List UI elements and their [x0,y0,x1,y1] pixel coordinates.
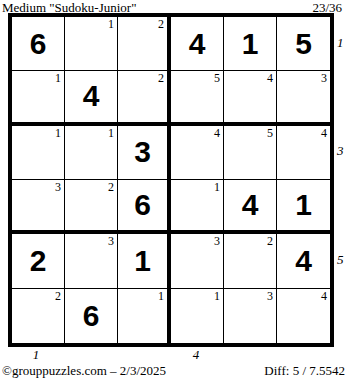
sudoku-grid: 612415142543113454326141231324261134 [8,13,334,347]
cell-r4c3[interactable]: 6 [118,180,171,234]
pencil-mark: 1 [214,289,220,303]
cell-value: 4 [277,234,330,287]
cell-value: 6 [65,289,117,343]
cell-r1c6[interactable]: 5 [277,17,330,71]
cell-r2c4[interactable]: 5 [171,71,224,125]
cell-r1c2[interactable]: 1 [65,17,118,71]
cell-r2c6[interactable]: 3 [277,71,330,125]
cell-value: 3 [118,126,167,179]
cell-value: 6 [118,180,167,230]
cell-r1c3[interactable]: 2 [118,17,171,71]
cell-value: 1 [224,17,276,70]
cell-r5c4[interactable]: 3 [171,234,224,288]
pencil-mark: 3 [267,289,273,303]
cell-r5c3[interactable]: 1 [118,234,171,288]
cell-value: 4 [171,17,223,70]
footer-difficulty: Diff: 5 / 7.5542 [264,363,345,379]
pencil-mark: 1 [108,126,114,140]
cell-r6c6[interactable]: 4 [277,289,330,343]
cell-r6c5[interactable]: 3 [224,289,277,343]
cell-r2c3[interactable]: 2 [118,71,171,125]
cell-r3c3[interactable]: 3 [118,126,171,180]
cell-r3c2[interactable]: 1 [65,126,118,180]
cell-r3c1[interactable]: 1 [12,126,65,180]
pencil-mark: 1 [158,289,164,303]
cell-value: 6 [12,17,64,70]
pencil-mark: 3 [214,234,220,248]
pencil-mark: 2 [108,180,114,194]
pencil-mark: 4 [214,126,220,140]
cell-r4c6[interactable]: 1 [277,180,330,234]
footer-copyright: ©grouppuzzles.com – 2/3/2025 [2,363,166,379]
cell-r2c5[interactable]: 4 [224,71,277,125]
row-label-5: 5 [337,252,347,268]
cell-r3c6[interactable]: 4 [277,126,330,180]
pencil-mark: 2 [55,289,61,303]
cell-r3c5[interactable]: 5 [224,126,277,180]
cell-r1c4[interactable]: 4 [171,17,224,71]
pencil-mark: 2 [158,71,164,85]
cell-r1c5[interactable]: 1 [224,17,277,71]
pencil-mark: 1 [55,71,61,85]
pencil-mark: 3 [108,234,114,248]
pencil-mark: 2 [158,17,164,31]
col-label-1: 1 [26,347,46,362]
cell-r5c1[interactable]: 2 [12,234,65,288]
cell-r1c1[interactable]: 6 [12,17,65,71]
pencil-mark: 4 [321,289,327,303]
pencil-mark: 1 [108,17,114,31]
row-label-3: 3 [337,143,347,159]
cell-r2c2[interactable]: 4 [65,71,118,125]
puzzle-page: Medium "Sudoku-Junior" 23/36 61241514254… [0,0,347,381]
pencil-mark: 3 [321,71,327,85]
pencil-mark: 5 [267,126,273,140]
cell-r4c5[interactable]: 4 [224,180,277,234]
pencil-mark: 1 [214,180,220,194]
cell-r6c2[interactable]: 6 [65,289,118,343]
pencil-mark: 5 [214,71,220,85]
cell-r3c4[interactable]: 4 [171,126,224,180]
cell-r5c6[interactable]: 4 [277,234,330,288]
pencil-mark: 4 [321,126,327,140]
pencil-mark: 1 [55,126,61,140]
row-label-1: 1 [337,35,347,51]
pencil-mark: 2 [267,234,273,248]
cell-r4c2[interactable]: 2 [65,180,118,234]
cell-r5c2[interactable]: 3 [65,234,118,288]
pencil-mark: 3 [55,180,61,194]
cell-value: 1 [118,234,167,287]
pencil-mark: 4 [267,71,273,85]
cell-r6c1[interactable]: 2 [12,289,65,343]
cell-value: 2 [12,234,64,287]
cell-r6c3[interactable]: 1 [118,289,171,343]
cell-r4c4[interactable]: 1 [171,180,224,234]
cell-r6c4[interactable]: 1 [171,289,224,343]
cell-r5c5[interactable]: 2 [224,234,277,288]
cell-value: 4 [65,71,117,121]
cell-r4c1[interactable]: 3 [12,180,65,234]
cell-value: 1 [277,180,330,230]
cell-value: 4 [224,180,276,230]
cell-value: 5 [277,17,330,70]
cell-r2c1[interactable]: 1 [12,71,65,125]
col-label-4: 4 [186,347,206,362]
